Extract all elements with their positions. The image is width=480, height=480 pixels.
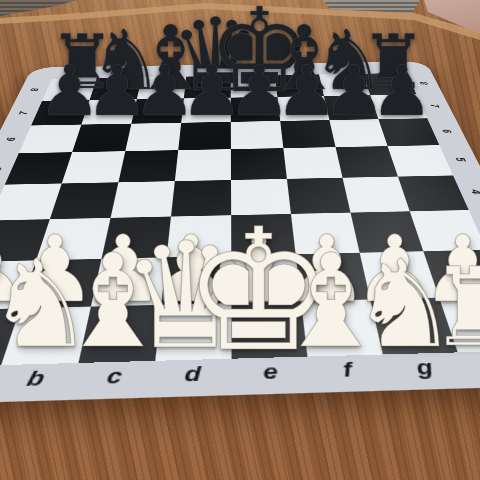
square-d5[interactable] (175, 149, 231, 181)
piece-white-rook-h1[interactable]: ♜ (423, 253, 480, 362)
square-b4[interactable] (50, 182, 119, 219)
square-b5[interactable] (62, 151, 126, 183)
square-e5[interactable] (231, 148, 287, 180)
square-f5[interactable] (283, 147, 342, 179)
square-c5[interactable] (118, 150, 178, 182)
chessboard-photo: abcdefgh8877665544332211 ♜♞♝♛♚♝♞♜♟♟♟♟♟♟♟… (0, 0, 480, 480)
rank-label-right-5: 5 (431, 151, 480, 169)
piece-black-pawn-h7[interactable]: ♟ (367, 56, 437, 126)
